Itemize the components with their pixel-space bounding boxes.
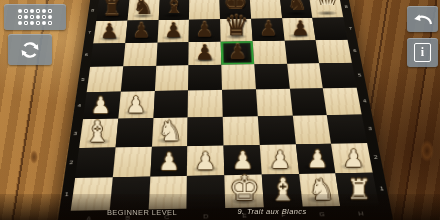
square-g2[interactable]: ♟ [295, 143, 335, 174]
rank-label-left-5: 5 [81, 77, 85, 82]
square-a3[interactable]: ♝ [79, 118, 118, 147]
rank-label-left-3: 3 [73, 131, 77, 136]
rank-label-right-8: 8 [344, 5, 347, 9]
chess-board[interactable]: ♜♞♝♚♞♛♟♟♟♟♛♟♟♟♟♟♟♝♞♟♟♟♟♟♟♚♝♞♜ ABCDEFGH 8… [57, 0, 394, 220]
white-pawn-h2[interactable]: ♟ [335, 147, 372, 171]
square-f4[interactable] [256, 89, 293, 116]
white-pawn-c2[interactable]: ♟ [150, 150, 187, 174]
rank-label-left-7: 7 [88, 30, 91, 34]
black-pawn-a7[interactable]: ♟ [93, 21, 125, 42]
square-d2[interactable]: ♟ [187, 145, 224, 176]
black-rook-a8[interactable]: ♜ [96, 0, 127, 19]
white-pawn-d2[interactable]: ♟ [187, 150, 224, 174]
square-e6[interactable]: ♟ [221, 41, 254, 65]
square-h6[interactable] [316, 39, 352, 63]
square-f5[interactable] [254, 64, 289, 90]
white-bishop-a3[interactable]: ♝ [80, 117, 116, 146]
white-pawn-g2[interactable]: ♟ [298, 148, 335, 172]
menu-board-button[interactable] [4, 4, 66, 30]
square-h2[interactable]: ♟ [331, 143, 373, 174]
square-d7[interactable]: ♟ [189, 19, 221, 42]
rank-label-right-1: 1 [380, 186, 385, 192]
black-pawn-d7[interactable]: ♟ [189, 20, 221, 41]
square-c3[interactable]: ♞ [151, 117, 187, 146]
square-b4[interactable]: ♟ [118, 91, 154, 118]
square-b6[interactable] [123, 42, 157, 66]
square-d4[interactable] [188, 90, 223, 117]
black-knight-b8[interactable]: ♞ [127, 0, 158, 19]
rank-label-left-4: 4 [77, 103, 81, 108]
square-d5[interactable] [188, 65, 222, 91]
white-knight-c3[interactable]: ♞ [152, 117, 188, 145]
board-pattern-icon [18, 9, 52, 25]
rank-label-left-8: 8 [91, 8, 94, 12]
square-c5[interactable] [154, 65, 188, 91]
square-g8[interactable]: ♞ [279, 0, 312, 18]
rotate-board-button[interactable] [8, 34, 52, 65]
square-e5[interactable] [221, 64, 255, 90]
rank-label-left-6: 6 [85, 53, 89, 57]
square-a7[interactable]: ♟ [93, 20, 127, 43]
square-g4[interactable] [289, 88, 327, 115]
square-f2[interactable]: ♟ [259, 144, 298, 175]
black-pawn-e6[interactable]: ♟ [221, 42, 254, 63]
square-h8[interactable]: ♛ [309, 0, 343, 18]
square-b5[interactable] [121, 66, 156, 92]
black-knight-g8[interactable]: ♞ [282, 0, 313, 17]
rank-label-right-7: 7 [349, 26, 353, 30]
square-f7[interactable]: ♟ [251, 18, 284, 41]
square-f6[interactable] [252, 40, 286, 64]
square-e3[interactable] [223, 116, 260, 145]
chess-app-screen: ♜♞♝♚♞♛♟♟♟♟♛♟♟♟♟♟♟♝♞♟♟♟♟♟♟♚♝♞♜ ABCDEFGH 8… [0, 0, 440, 220]
square-b7[interactable]: ♟ [125, 20, 158, 43]
square-c6[interactable] [156, 42, 189, 66]
square-d8[interactable] [189, 0, 220, 20]
square-h4[interactable] [323, 88, 362, 115]
rank-label-right-4: 4 [363, 98, 367, 103]
square-a6[interactable] [90, 43, 125, 67]
square-e7[interactable]: ♛ [220, 19, 252, 42]
square-h3[interactable] [327, 114, 367, 143]
square-a2[interactable] [75, 147, 115, 178]
undo-arrow-icon [412, 12, 434, 26]
white-pawn-f2[interactable]: ♟ [261, 148, 298, 172]
white-pawn-b4[interactable]: ♟ [118, 94, 153, 117]
info-icon: i [414, 43, 431, 62]
square-c8[interactable]: ♝ [158, 0, 189, 20]
level-label: BEGINNER LEVEL [107, 208, 177, 217]
square-a8[interactable]: ♜ [96, 0, 129, 21]
rank-label-left-2: 2 [69, 160, 73, 165]
square-c2[interactable]: ♟ [150, 146, 188, 177]
square-a5[interactable] [87, 66, 123, 92]
info-button[interactable]: i [407, 38, 438, 67]
circular-arrows-icon [19, 39, 41, 61]
table-front-shadow [0, 194, 440, 220]
square-c4[interactable] [153, 91, 188, 118]
square-g5[interactable] [287, 63, 323, 89]
square-b2[interactable] [113, 146, 152, 177]
square-h5[interactable] [319, 63, 356, 88]
rank-label-right-2: 2 [374, 155, 378, 160]
square-f3[interactable] [258, 116, 296, 145]
white-pawn-a4[interactable]: ♟ [83, 94, 118, 117]
square-h7[interactable] [313, 17, 348, 40]
black-pawn-g7[interactable]: ♟ [284, 18, 316, 39]
board-grid[interactable]: ♜♞♝♚♞♛♟♟♟♟♛♟♟♟♟♟♟♝♞♟♟♟♟♟♟♚♝♞♜ [71, 0, 379, 211]
black-bishop-c8[interactable]: ♝ [158, 0, 189, 18]
black-queen-e7[interactable]: ♛ [221, 12, 253, 40]
black-pawn-b7[interactable]: ♟ [125, 20, 157, 41]
square-g7[interactable]: ♟ [282, 18, 316, 41]
rank-label-right-5: 5 [358, 73, 362, 77]
square-e4[interactable] [222, 89, 258, 116]
square-d3[interactable] [188, 117, 224, 146]
move-status-label: 9. Trait aux Blancs [237, 207, 306, 216]
black-pawn-d6[interactable]: ♟ [189, 42, 222, 63]
square-g6[interactable] [284, 40, 319, 64]
white-queen-h8[interactable]: ♛ [312, 0, 343, 16]
square-b8[interactable]: ♞ [127, 0, 159, 20]
square-g3[interactable] [292, 115, 331, 144]
square-b3[interactable] [115, 118, 153, 147]
square-d6[interactable]: ♟ [189, 41, 222, 65]
rank-label-right-6: 6 [353, 49, 357, 53]
rank-label-right-3: 3 [368, 126, 372, 131]
black-pawn-c7[interactable]: ♟ [157, 20, 189, 41]
board-scene: ♜♞♝♚♞♛♟♟♟♟♛♟♟♟♟♟♟♝♞♟♟♟♟♟♟♚♝♞♜ ABCDEFGH 8… [0, 0, 440, 220]
undo-button[interactable] [407, 6, 438, 32]
square-f8[interactable] [249, 0, 281, 19]
square-c7[interactable]: ♟ [157, 20, 189, 43]
black-pawn-f7[interactable]: ♟ [252, 19, 284, 40]
